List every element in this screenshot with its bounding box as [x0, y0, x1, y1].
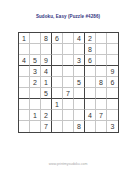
- cell-r8c1[interactable]: [19, 110, 30, 121]
- cell-r4c9: 9: [107, 66, 118, 77]
- cell-r8c8: 7: [96, 110, 107, 121]
- cell-r2c3[interactable]: [41, 44, 52, 55]
- cell-r5c8: 8: [96, 77, 107, 88]
- sudoku-grid: 18642845936349215865711247783: [18, 32, 119, 133]
- cell-r3c8[interactable]: [96, 55, 107, 66]
- cell-r7c7[interactable]: [85, 99, 96, 110]
- cell-r4c4[interactable]: [52, 66, 63, 77]
- cell-r4c6[interactable]: [74, 66, 85, 77]
- cell-r7c5[interactable]: [63, 99, 74, 110]
- cell-r3c3: 9: [41, 55, 52, 66]
- cell-r9c3: 7: [41, 121, 52, 132]
- cell-r3c5[interactable]: [63, 55, 74, 66]
- cell-r6c9[interactable]: [107, 88, 118, 99]
- cell-r7c9[interactable]: [107, 99, 118, 110]
- cell-r5c1[interactable]: [19, 77, 30, 88]
- cell-r9c7[interactable]: [85, 121, 96, 132]
- cell-r5c3: 1: [41, 77, 52, 88]
- cell-r8c9[interactable]: [107, 110, 118, 121]
- cell-r3c1: 4: [19, 55, 30, 66]
- cell-r2c5[interactable]: [63, 44, 74, 55]
- cell-r2c9[interactable]: [107, 44, 118, 55]
- cell-r9c9: 3: [107, 121, 118, 132]
- cell-r7c4: 1: [52, 99, 63, 110]
- cell-r2c6[interactable]: [74, 44, 85, 55]
- cell-r5c7[interactable]: [85, 77, 96, 88]
- cell-r4c3: 4: [41, 66, 52, 77]
- cell-r6c4[interactable]: [52, 88, 63, 99]
- cell-r4c8[interactable]: [96, 66, 107, 77]
- cell-r8c2: 1: [30, 110, 41, 121]
- cell-r4c7[interactable]: [85, 66, 96, 77]
- cell-r2c7: 8: [85, 44, 96, 55]
- cell-r6c5: 7: [63, 88, 74, 99]
- cell-r9c2[interactable]: [30, 121, 41, 132]
- cell-r8c5[interactable]: [63, 110, 74, 121]
- cell-r3c6: 3: [74, 55, 85, 66]
- cell-r3c7: 6: [85, 55, 96, 66]
- cell-r1c1: 1: [19, 33, 30, 44]
- cell-r3c4[interactable]: [52, 55, 63, 66]
- cell-r5c2: 2: [30, 77, 41, 88]
- cell-r8c3: 2: [41, 110, 52, 121]
- cell-r5c6: 5: [74, 77, 85, 88]
- cell-r5c9: 6: [107, 77, 118, 88]
- cell-r9c6: 8: [74, 121, 85, 132]
- cell-r2c1[interactable]: [19, 44, 30, 55]
- cell-r2c2[interactable]: [30, 44, 41, 55]
- cell-r6c8[interactable]: [96, 88, 107, 99]
- cell-r6c1[interactable]: [19, 88, 30, 99]
- cell-r2c4[interactable]: [52, 44, 63, 55]
- cell-r8c4[interactable]: [52, 110, 63, 121]
- cell-r1c5[interactable]: [63, 33, 74, 44]
- cell-r8c6[interactable]: [74, 110, 85, 121]
- cell-r6c6[interactable]: [74, 88, 85, 99]
- cell-r9c1[interactable]: [19, 121, 30, 132]
- cell-r8c7: 4: [85, 110, 96, 121]
- cell-r1c2[interactable]: [30, 33, 41, 44]
- cell-r6c3: 5: [41, 88, 52, 99]
- cell-r3c2: 5: [30, 55, 41, 66]
- cell-r4c5[interactable]: [63, 66, 74, 77]
- cell-r9c4[interactable]: [52, 121, 63, 132]
- cell-r3c9[interactable]: [107, 55, 118, 66]
- cell-r1c6: 4: [74, 33, 85, 44]
- cell-r1c4: 6: [52, 33, 63, 44]
- cell-r7c2[interactable]: [30, 99, 41, 110]
- cell-r4c1[interactable]: [19, 66, 30, 77]
- cell-r5c5[interactable]: [63, 77, 74, 88]
- cell-r1c7: 2: [85, 33, 96, 44]
- cell-r4c2: 3: [30, 66, 41, 77]
- cell-r9c8[interactable]: [96, 121, 107, 132]
- cell-r1c3: 8: [41, 33, 52, 44]
- cell-r2c8[interactable]: [96, 44, 107, 55]
- cell-r6c2[interactable]: [30, 88, 41, 99]
- cell-r7c3[interactable]: [41, 99, 52, 110]
- sudoku-page: Sudoku, Easy (Puzzle #4286) 186428459363…: [0, 0, 136, 176]
- cell-r7c8[interactable]: [96, 99, 107, 110]
- footer-text: www.printmysudoku.com: [0, 162, 136, 166]
- cell-r7c6[interactable]: [74, 99, 85, 110]
- cell-r1c9[interactable]: [107, 33, 118, 44]
- cell-r7c1[interactable]: [19, 99, 30, 110]
- cell-r5c4[interactable]: [52, 77, 63, 88]
- cell-r6c7[interactable]: [85, 88, 96, 99]
- page-title: Sudoku, Easy (Puzzle #4286): [0, 14, 136, 19]
- cell-r9c5[interactable]: [63, 121, 74, 132]
- cell-r1c8[interactable]: [96, 33, 107, 44]
